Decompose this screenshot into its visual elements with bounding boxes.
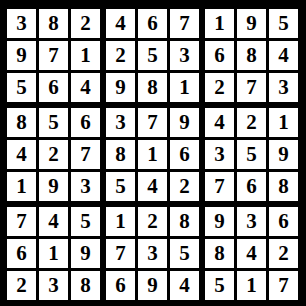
cell-r5c3[interactable]: 7 — [71, 140, 100, 169]
cell-r1c5[interactable]: 6 — [138, 9, 167, 38]
cell-r2c6[interactable]: 3 — [170, 41, 199, 70]
cell-r8c3[interactable]: 9 — [71, 239, 100, 268]
cell-r3c5[interactable]: 8 — [138, 73, 167, 102]
cell-r8c6[interactable]: 5 — [170, 239, 199, 268]
cell-r8c7[interactable]: 8 — [205, 239, 234, 268]
cell-r8c9[interactable]: 2 — [269, 239, 298, 268]
cell-r8c5[interactable]: 3 — [138, 239, 167, 268]
cell-r5c4[interactable]: 8 — [106, 140, 135, 169]
cell-r6c8[interactable]: 6 — [237, 172, 266, 201]
cell-r6c5[interactable]: 4 — [138, 172, 167, 201]
cell-r8c2[interactable]: 1 — [39, 239, 68, 268]
cell-r2c2[interactable]: 7 — [39, 41, 68, 70]
cell-r6c4[interactable]: 5 — [106, 172, 135, 201]
cell-r1c1[interactable]: 3 — [7, 9, 36, 38]
cell-r4c7[interactable]: 4 — [205, 108, 234, 137]
cell-r4c9[interactable]: 1 — [269, 108, 298, 137]
cell-r5c2[interactable]: 2 — [39, 140, 68, 169]
cell-r9c6[interactable]: 4 — [170, 271, 199, 300]
cell-r2c5[interactable]: 5 — [138, 41, 167, 70]
cell-r6c2[interactable]: 9 — [39, 172, 68, 201]
cell-r8c8[interactable]: 4 — [237, 239, 266, 268]
cell-r3c9[interactable]: 3 — [269, 73, 298, 102]
cell-r4c3[interactable]: 6 — [71, 108, 100, 137]
cell-r1c4[interactable]: 4 — [106, 9, 135, 38]
cell-r1c8[interactable]: 9 — [237, 9, 266, 38]
cell-r1c7[interactable]: 1 — [205, 9, 234, 38]
cell-r9c4[interactable]: 6 — [106, 271, 135, 300]
cell-r3c4[interactable]: 9 — [106, 73, 135, 102]
cell-r4c5[interactable]: 7 — [138, 108, 167, 137]
cell-r4c8[interactable]: 2 — [237, 108, 266, 137]
cell-r3c6[interactable]: 1 — [170, 73, 199, 102]
cell-r9c5[interactable]: 9 — [138, 271, 167, 300]
cell-r2c8[interactable]: 8 — [237, 41, 266, 70]
cell-r2c1[interactable]: 9 — [7, 41, 36, 70]
sudoku-board: 3824671959712536845649812738563794214278… — [0, 0, 306, 306]
cell-r9c3[interactable]: 8 — [71, 271, 100, 300]
cell-r9c1[interactable]: 2 — [7, 271, 36, 300]
cell-r8c1[interactable]: 6 — [7, 239, 36, 268]
cell-r5c6[interactable]: 6 — [170, 140, 199, 169]
cell-r7c9[interactable]: 6 — [269, 207, 298, 236]
cell-r4c6[interactable]: 9 — [170, 108, 199, 137]
cell-r5c9[interactable]: 9 — [269, 140, 298, 169]
cell-r6c9[interactable]: 8 — [269, 172, 298, 201]
cell-r7c8[interactable]: 3 — [237, 207, 266, 236]
cell-r3c1[interactable]: 5 — [7, 73, 36, 102]
cell-r1c2[interactable]: 8 — [39, 9, 68, 38]
cell-r7c2[interactable]: 4 — [39, 207, 68, 236]
cell-r6c7[interactable]: 7 — [205, 172, 234, 201]
cell-r9c2[interactable]: 3 — [39, 271, 68, 300]
cell-r7c5[interactable]: 2 — [138, 207, 167, 236]
cell-r1c6[interactable]: 7 — [170, 9, 199, 38]
cell-r7c7[interactable]: 9 — [205, 207, 234, 236]
cell-r2c7[interactable]: 6 — [205, 41, 234, 70]
cell-r1c9[interactable]: 5 — [269, 9, 298, 38]
cell-r5c1[interactable]: 4 — [7, 140, 36, 169]
cell-r5c8[interactable]: 5 — [237, 140, 266, 169]
cell-r7c1[interactable]: 7 — [7, 207, 36, 236]
cell-r1c3[interactable]: 2 — [71, 9, 100, 38]
cell-r3c2[interactable]: 6 — [39, 73, 68, 102]
cell-r7c3[interactable]: 5 — [71, 207, 100, 236]
cell-r3c3[interactable]: 4 — [71, 73, 100, 102]
cell-r9c7[interactable]: 5 — [205, 271, 234, 300]
cell-r4c2[interactable]: 5 — [39, 108, 68, 137]
cell-r3c7[interactable]: 2 — [205, 73, 234, 102]
cell-r9c8[interactable]: 1 — [237, 271, 266, 300]
cell-r6c3[interactable]: 3 — [71, 172, 100, 201]
cell-r2c3[interactable]: 1 — [71, 41, 100, 70]
cell-r2c4[interactable]: 2 — [106, 41, 135, 70]
cell-r6c1[interactable]: 1 — [7, 172, 36, 201]
cell-r9c9[interactable]: 7 — [269, 271, 298, 300]
cell-r3c8[interactable]: 7 — [237, 73, 266, 102]
cell-r8c4[interactable]: 7 — [106, 239, 135, 268]
cell-r6c6[interactable]: 2 — [170, 172, 199, 201]
cell-r2c9[interactable]: 4 — [269, 41, 298, 70]
cell-r4c1[interactable]: 8 — [7, 108, 36, 137]
cell-r5c7[interactable]: 3 — [205, 140, 234, 169]
cell-r7c4[interactable]: 1 — [106, 207, 135, 236]
cell-r7c6[interactable]: 8 — [170, 207, 199, 236]
cell-r5c5[interactable]: 1 — [138, 140, 167, 169]
cell-r4c4[interactable]: 3 — [106, 108, 135, 137]
